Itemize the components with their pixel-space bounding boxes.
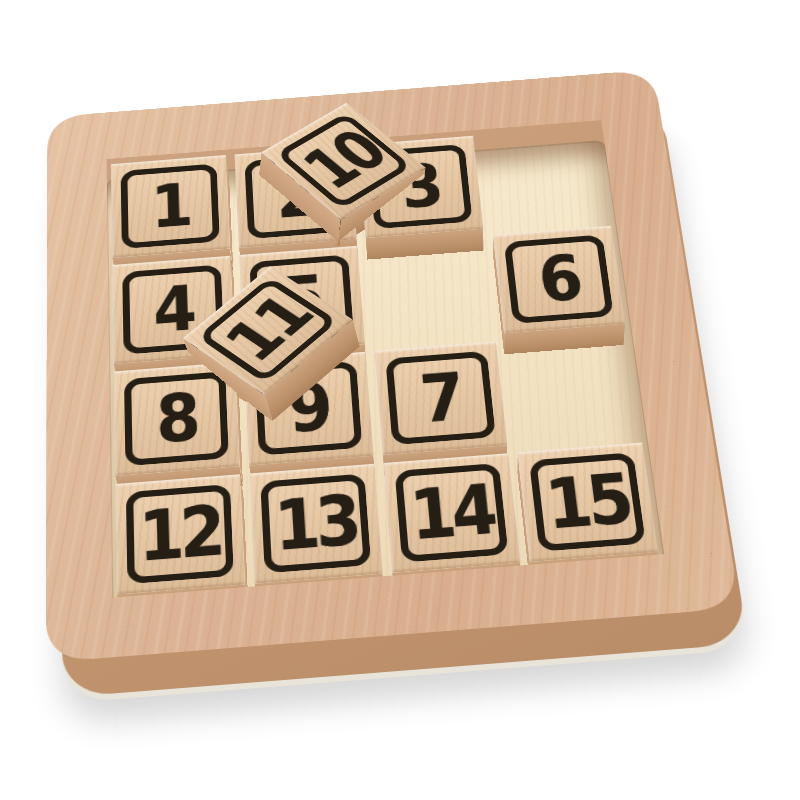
tile-14-number-box: 14 bbox=[395, 463, 509, 563]
tile-15-number-box: 15 bbox=[529, 452, 646, 552]
tile-1[interactable]: 1 bbox=[111, 155, 230, 258]
tile-8-label: 8 bbox=[155, 385, 197, 452]
tile-12-label: 12 bbox=[138, 497, 222, 572]
tile-6-label: 6 bbox=[535, 247, 582, 310]
tile-7[interactable]: 7 bbox=[375, 342, 508, 455]
product-photo-scene: 1 2 3 4 5 6 8 9 7 bbox=[0, 0, 800, 800]
tile-8-number-box: 8 bbox=[124, 371, 229, 466]
tile-12[interactable]: 12 bbox=[115, 474, 245, 594]
tile-15-label: 15 bbox=[542, 465, 633, 539]
tile-13[interactable]: 13 bbox=[249, 464, 382, 584]
tile-2-label: 2 bbox=[274, 166, 315, 227]
tile-1-label: 1 bbox=[150, 176, 190, 237]
tile-6-number-box: 6 bbox=[504, 235, 614, 324]
tile-11-label: 11 bbox=[214, 289, 322, 371]
tile-7-number-box: 7 bbox=[385, 351, 496, 446]
tile-12-number-box: 12 bbox=[126, 484, 234, 584]
tile-3-label: 3 bbox=[398, 156, 441, 216]
tile-4-label: 4 bbox=[153, 277, 194, 341]
sliding-puzzle-board: 1 2 3 4 5 6 8 9 7 bbox=[53, 96, 737, 684]
tile-13-number-box: 13 bbox=[260, 473, 371, 573]
tile-13-label: 13 bbox=[272, 486, 358, 560]
tile-15[interactable]: 15 bbox=[518, 443, 658, 562]
tile-1-number-box: 1 bbox=[121, 163, 220, 249]
tile-6[interactable]: 6 bbox=[493, 226, 625, 333]
tile-14[interactable]: 14 bbox=[383, 453, 520, 573]
tile-14-label: 14 bbox=[407, 475, 496, 549]
tile-7-label: 7 bbox=[417, 364, 463, 431]
